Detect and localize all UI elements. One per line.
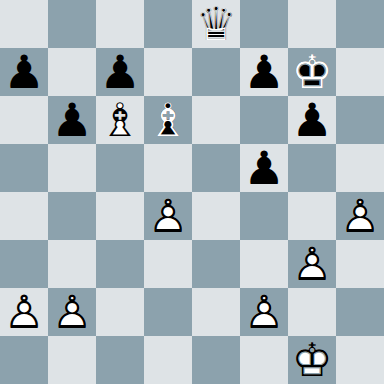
square-e6[interactable]	[192, 96, 240, 144]
square-f6[interactable]	[240, 96, 288, 144]
white-pawn-icon: ♟	[144, 192, 192, 240]
piece-black-king-g7[interactable]: ♚♔	[288, 48, 336, 96]
square-c8[interactable]	[96, 0, 144, 48]
square-d2[interactable]	[144, 288, 192, 336]
square-a5[interactable]	[0, 144, 48, 192]
square-g7[interactable]: ♚♔	[288, 48, 336, 96]
square-d3[interactable]	[144, 240, 192, 288]
square-d1[interactable]	[144, 336, 192, 384]
square-b4[interactable]	[48, 192, 96, 240]
black-pawn-icon: ♟	[96, 48, 144, 96]
black-pawn-icon: ♟	[240, 144, 288, 192]
piece-white-pawn-g3[interactable]: ♟♙	[288, 240, 336, 288]
square-h2[interactable]	[336, 288, 384, 336]
square-c1[interactable]	[96, 336, 144, 384]
square-c6[interactable]: ♝♗	[96, 96, 144, 144]
white-pawn-outline-icon: ♙	[288, 240, 336, 288]
white-pawn-icon: ♟	[48, 288, 96, 336]
piece-white-king-g1[interactable]: ♚♔	[288, 336, 336, 384]
square-g2[interactable]	[288, 288, 336, 336]
square-c3[interactable]	[96, 240, 144, 288]
piece-white-pawn-f2[interactable]: ♟♙	[240, 288, 288, 336]
square-a2[interactable]: ♟♙	[0, 288, 48, 336]
square-h4[interactable]: ♟♙	[336, 192, 384, 240]
square-f2[interactable]: ♟♙	[240, 288, 288, 336]
square-h6[interactable]	[336, 96, 384, 144]
piece-black-pawn-f7[interactable]: ♟	[240, 48, 288, 96]
square-f4[interactable]	[240, 192, 288, 240]
square-a8[interactable]	[0, 0, 48, 48]
white-pawn-outline-icon: ♙	[0, 288, 48, 336]
square-d7[interactable]	[144, 48, 192, 96]
square-e3[interactable]	[192, 240, 240, 288]
square-d6[interactable]: ♝♗	[144, 96, 192, 144]
square-g5[interactable]	[288, 144, 336, 192]
piece-white-pawn-a2[interactable]: ♟♙	[0, 288, 48, 336]
square-h7[interactable]	[336, 48, 384, 96]
black-king-icon: ♚	[288, 48, 336, 96]
piece-black-pawn-b6[interactable]: ♟	[48, 96, 96, 144]
square-e4[interactable]	[192, 192, 240, 240]
square-f5[interactable]: ♟	[240, 144, 288, 192]
white-bishop-outline-icon: ♗	[96, 96, 144, 144]
black-queen-icon: ♛	[192, 0, 240, 48]
white-pawn-outline-icon: ♙	[336, 192, 384, 240]
square-b3[interactable]	[48, 240, 96, 288]
square-e2[interactable]	[192, 288, 240, 336]
square-e8[interactable]: ♛♕	[192, 0, 240, 48]
square-d4[interactable]: ♟♙	[144, 192, 192, 240]
piece-black-bishop-d6[interactable]: ♝♗	[144, 96, 192, 144]
square-b2[interactable]: ♟♙	[48, 288, 96, 336]
square-g4[interactable]	[288, 192, 336, 240]
square-e7[interactable]	[192, 48, 240, 96]
black-pawn-icon: ♟	[288, 96, 336, 144]
piece-black-pawn-g6[interactable]: ♟	[288, 96, 336, 144]
white-king-outline-icon: ♔	[288, 336, 336, 384]
square-f7[interactable]: ♟	[240, 48, 288, 96]
black-king-outline-icon: ♔	[288, 48, 336, 96]
piece-white-pawn-h4[interactable]: ♟♙	[336, 192, 384, 240]
square-g6[interactable]: ♟	[288, 96, 336, 144]
white-pawn-icon: ♟	[288, 240, 336, 288]
square-c2[interactable]	[96, 288, 144, 336]
square-g1[interactable]: ♚♔	[288, 336, 336, 384]
square-e1[interactable]	[192, 336, 240, 384]
square-g8[interactable]	[288, 0, 336, 48]
square-f1[interactable]	[240, 336, 288, 384]
square-h5[interactable]	[336, 144, 384, 192]
white-pawn-outline-icon: ♙	[144, 192, 192, 240]
square-d8[interactable]	[144, 0, 192, 48]
square-c4[interactable]	[96, 192, 144, 240]
black-pawn-icon: ♟	[240, 48, 288, 96]
piece-white-pawn-b2[interactable]: ♟♙	[48, 288, 96, 336]
white-king-icon: ♚	[288, 336, 336, 384]
piece-black-pawn-a7[interactable]: ♟	[0, 48, 48, 96]
white-pawn-icon: ♟	[336, 192, 384, 240]
square-a7[interactable]: ♟	[0, 48, 48, 96]
black-pawn-icon: ♟	[0, 48, 48, 96]
square-c5[interactable]	[96, 144, 144, 192]
white-pawn-icon: ♟	[0, 288, 48, 336]
black-bishop-icon: ♝	[144, 96, 192, 144]
square-a1[interactable]	[0, 336, 48, 384]
square-b8[interactable]	[48, 0, 96, 48]
square-b6[interactable]: ♟	[48, 96, 96, 144]
square-a3[interactable]	[0, 240, 48, 288]
piece-black-pawn-c7[interactable]: ♟	[96, 48, 144, 96]
white-pawn-outline-icon: ♙	[240, 288, 288, 336]
piece-white-bishop-c6[interactable]: ♝♗	[96, 96, 144, 144]
black-queen-outline-icon: ♕	[192, 0, 240, 48]
square-b5[interactable]	[48, 144, 96, 192]
white-pawn-outline-icon: ♙	[48, 288, 96, 336]
square-g3[interactable]: ♟♙	[288, 240, 336, 288]
black-bishop-outline-icon: ♗	[144, 96, 192, 144]
square-a6[interactable]	[0, 96, 48, 144]
chess-board: ♛♕♟♟♟♚♔♟♝♗♝♗♟♟♟♙♟♙♟♙♟♙♟♙♟♙♚♔	[0, 0, 384, 384]
square-e5[interactable]	[192, 144, 240, 192]
square-d5[interactable]	[144, 144, 192, 192]
square-h1[interactable]	[336, 336, 384, 384]
piece-black-queen-e8[interactable]: ♛♕	[192, 0, 240, 48]
black-pawn-icon: ♟	[48, 96, 96, 144]
square-a4[interactable]	[0, 192, 48, 240]
piece-black-pawn-f5[interactable]: ♟	[240, 144, 288, 192]
square-b1[interactable]	[48, 336, 96, 384]
square-c7[interactable]: ♟	[96, 48, 144, 96]
white-bishop-icon: ♝	[96, 96, 144, 144]
square-h8[interactable]	[336, 0, 384, 48]
piece-white-pawn-d4[interactable]: ♟♙	[144, 192, 192, 240]
square-h3[interactable]	[336, 240, 384, 288]
square-f3[interactable]	[240, 240, 288, 288]
square-f8[interactable]	[240, 0, 288, 48]
square-b7[interactable]	[48, 48, 96, 96]
white-pawn-icon: ♟	[240, 288, 288, 336]
